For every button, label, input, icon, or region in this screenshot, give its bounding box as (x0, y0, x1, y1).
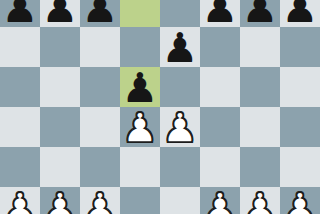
square-h7[interactable]: ♟ (280, 0, 320, 27)
square-g5[interactable] (240, 67, 280, 107)
square-d5[interactable]: ♟ (120, 67, 160, 107)
square-a7[interactable]: ♟ (0, 0, 40, 27)
square-f5[interactable] (200, 67, 240, 107)
square-f7[interactable]: ♟ (200, 0, 240, 27)
white-pawn-b2[interactable]: ♟ (42, 188, 79, 214)
square-f6[interactable] (200, 27, 240, 67)
black-pawn-g7[interactable]: ♟ (242, 0, 279, 28)
black-pawn-e6[interactable]: ♟ (162, 28, 199, 68)
square-a4[interactable] (0, 107, 40, 147)
square-h5[interactable] (280, 67, 320, 107)
square-e3[interactable] (160, 147, 200, 187)
square-b5[interactable] (40, 67, 80, 107)
black-pawn-d5[interactable]: ♟ (122, 68, 159, 108)
square-e6[interactable]: ♟ (160, 27, 200, 67)
square-b6[interactable] (40, 27, 80, 67)
white-pawn-g2[interactable]: ♟ (242, 188, 279, 214)
white-pawn-a2[interactable]: ♟ (2, 188, 39, 214)
square-d6[interactable] (120, 27, 160, 67)
black-pawn-c7[interactable]: ♟ (82, 0, 119, 28)
square-g2[interactable]: ♟ (240, 187, 280, 214)
square-d2[interactable] (120, 187, 160, 214)
square-d4[interactable]: ♟ (120, 107, 160, 147)
square-b4[interactable] (40, 107, 80, 147)
square-h6[interactable] (280, 27, 320, 67)
black-pawn-h7[interactable]: ♟ (282, 0, 319, 28)
white-pawn-h2[interactable]: ♟ (282, 188, 319, 214)
black-pawn-a7[interactable]: ♟ (2, 0, 39, 28)
square-e2[interactable] (160, 187, 200, 214)
square-h3[interactable] (280, 147, 320, 187)
square-c3[interactable] (80, 147, 120, 187)
white-pawn-c2[interactable]: ♟ (82, 188, 119, 214)
square-a2[interactable]: ♟ (0, 187, 40, 214)
square-a5[interactable] (0, 67, 40, 107)
square-d3[interactable] (120, 147, 160, 187)
square-g6[interactable] (240, 27, 280, 67)
square-h4[interactable] (280, 107, 320, 147)
square-g4[interactable] (240, 107, 280, 147)
square-a6[interactable] (0, 27, 40, 67)
white-pawn-d4[interactable]: ♟ (122, 108, 159, 148)
square-c2[interactable]: ♟ (80, 187, 120, 214)
square-f3[interactable] (200, 147, 240, 187)
square-c4[interactable] (80, 107, 120, 147)
square-c5[interactable] (80, 67, 120, 107)
chess-board: ♟♟♟♟♟♟♟♟♟♟♟♟♟♟♟♟ (0, 0, 320, 214)
square-g7[interactable]: ♟ (240, 0, 280, 27)
square-a3[interactable] (0, 147, 40, 187)
square-c6[interactable] (80, 27, 120, 67)
square-e4[interactable]: ♟ (160, 107, 200, 147)
square-e7[interactable] (160, 0, 200, 27)
square-f4[interactable] (200, 107, 240, 147)
black-pawn-b7[interactable]: ♟ (42, 0, 79, 28)
white-pawn-f2[interactable]: ♟ (202, 188, 239, 214)
black-pawn-f7[interactable]: ♟ (202, 0, 239, 28)
square-b7[interactable]: ♟ (40, 0, 80, 27)
white-pawn-e4[interactable]: ♟ (162, 108, 199, 148)
square-e5[interactable] (160, 67, 200, 107)
square-h2[interactable]: ♟ (280, 187, 320, 214)
chess-board-viewport: ♟♟♟♟♟♟♟♟♟♟♟♟♟♟♟♟ (0, 0, 320, 214)
square-b2[interactable]: ♟ (40, 187, 80, 214)
square-f2[interactable]: ♟ (200, 187, 240, 214)
square-b3[interactable] (40, 147, 80, 187)
square-c7[interactable]: ♟ (80, 0, 120, 27)
square-d7[interactable] (120, 0, 160, 27)
square-g3[interactable] (240, 147, 280, 187)
